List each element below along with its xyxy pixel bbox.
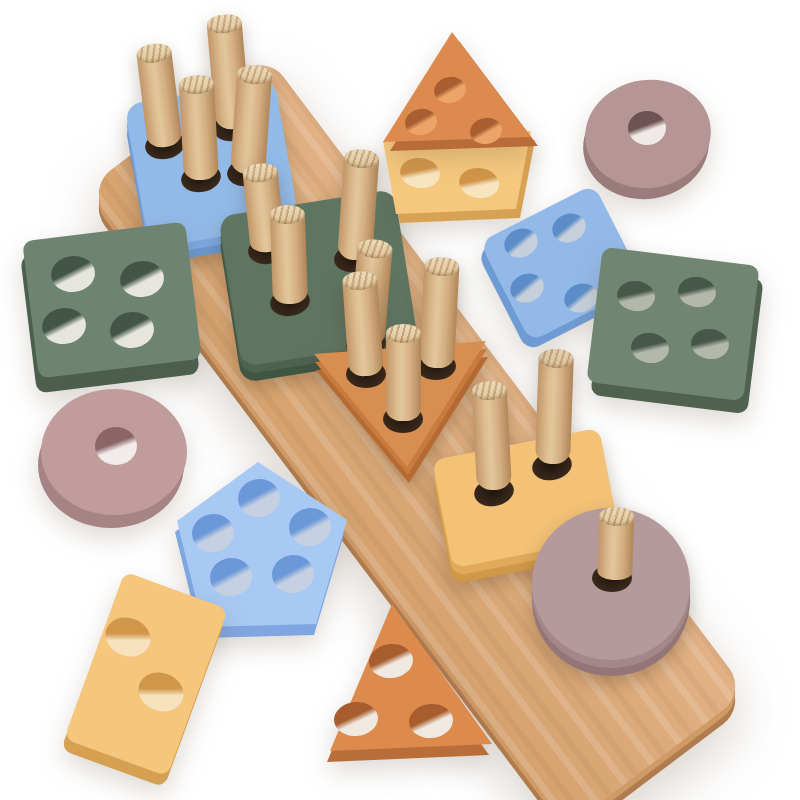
hole [333, 700, 380, 738]
hole [40, 305, 88, 346]
peg-socket-hole [530, 448, 575, 483]
blue-pentagon-block [0, 0, 800, 800]
hole [270, 552, 317, 595]
peg-socket-hole [179, 161, 223, 196]
peg-body [230, 73, 272, 175]
piece-face [41, 389, 187, 515]
piece-layer [61, 583, 225, 788]
piece-layer [432, 444, 620, 584]
piece-layer [477, 194, 642, 352]
peg-socket-hole [332, 241, 376, 275]
wooden-peg [269, 213, 307, 304]
piece-layer [432, 436, 620, 576]
yellow-rectangle-block-with-pegs [0, 0, 800, 800]
piece-face [22, 222, 202, 379]
peg-top [471, 380, 507, 401]
hole [506, 269, 548, 307]
piece-layer [576, 83, 716, 207]
wooden-peg [206, 22, 250, 131]
piece-layer [218, 205, 418, 383]
piece-face [0, 0, 800, 800]
piece-face [432, 428, 620, 568]
wooden-peg [349, 247, 392, 348]
hole [49, 253, 97, 294]
wooden-peg [419, 265, 459, 369]
hole [190, 511, 237, 554]
piece-face [87, 53, 747, 800]
peg-top [241, 161, 278, 184]
peg-top [423, 256, 459, 277]
wooden-peg [178, 83, 218, 181]
peg-body [242, 171, 285, 254]
piece-layer [0, 0, 800, 800]
piece-face [586, 247, 759, 401]
wooden-peg [337, 157, 379, 261]
hole [432, 74, 468, 105]
pink-circle-block-with-peg [0, 0, 800, 800]
hole [676, 275, 717, 309]
piece-layer [20, 237, 200, 394]
peg-body [471, 389, 511, 491]
mauve-donut-top-right [0, 0, 800, 800]
piece-layer [532, 516, 690, 668]
piece-face [124, 79, 299, 249]
wooden-base-board [0, 0, 800, 800]
piece-layer [0, 0, 800, 800]
product-photo-wooden-shape-sorter [0, 0, 800, 800]
wooden-peg [386, 333, 421, 421]
peg-body [342, 279, 384, 377]
peg-top [538, 348, 574, 369]
hole [615, 279, 656, 313]
peg-socket-hole [592, 564, 632, 592]
hole [208, 555, 255, 598]
peg-top [206, 12, 243, 35]
hole [560, 279, 602, 317]
wooden-peg [535, 357, 574, 464]
hole [236, 476, 283, 519]
piece-layer [38, 402, 184, 528]
green-square-block-right [0, 0, 800, 800]
piece-face [0, 0, 800, 800]
wooden-peg [342, 279, 384, 377]
peg-body [535, 357, 574, 464]
piece-face [218, 189, 418, 367]
peg-top [341, 270, 377, 292]
hole [108, 309, 156, 350]
wooden-peg [230, 73, 272, 175]
peg-top [598, 506, 634, 527]
hole [287, 505, 334, 548]
piece-layer [590, 260, 763, 414]
hole [368, 642, 415, 680]
piece-face [532, 508, 690, 660]
hole [133, 666, 189, 717]
peg-top [386, 324, 421, 344]
piece-layer [87, 60, 747, 800]
wooden-peg [471, 389, 511, 491]
peg-body [419, 265, 459, 369]
hole [398, 155, 442, 190]
hole [689, 327, 730, 361]
wooden-peg [242, 171, 285, 254]
peg-socket-hole [268, 285, 312, 319]
peg-top [135, 41, 172, 65]
piece-layer [87, 67, 747, 800]
piece-face [0, 0, 800, 800]
peg-top [236, 64, 272, 86]
peg-top [269, 204, 305, 225]
peg-socket-hole [344, 327, 388, 361]
peg-socket-hole [225, 155, 269, 190]
hole [457, 165, 501, 200]
hole [629, 331, 670, 365]
piece-layer [532, 524, 690, 676]
peg-top [178, 74, 214, 95]
hole [628, 111, 666, 145]
hole [100, 611, 156, 662]
peg-top [343, 148, 379, 170]
piece-layer [0, 0, 800, 800]
piece-face [64, 572, 228, 777]
hole [548, 209, 590, 247]
peg-body [386, 333, 421, 421]
mauve-donut-left [0, 0, 800, 800]
hole [95, 427, 137, 465]
yellow-rectangle-block-bottom-left [0, 0, 800, 800]
piece-layer [124, 87, 299, 257]
wooden-peg [136, 51, 182, 150]
peg-socket-hole [246, 233, 290, 267]
hole [500, 224, 542, 262]
orange-triangle-block-bottom [0, 0, 800, 800]
piece-layer [0, 0, 800, 800]
peg-socket-hole [416, 352, 456, 380]
piece-layer [0, 0, 800, 800]
peg-body [136, 51, 182, 150]
peg-socket-hole [143, 128, 187, 163]
piece-face [578, 72, 718, 196]
peg-top [356, 237, 393, 260]
orange-triangle-block-with-pegs [0, 0, 800, 800]
yellow-wedge-block-top [0, 0, 800, 800]
hole [403, 106, 439, 137]
hole [408, 702, 455, 740]
hole [468, 115, 504, 146]
peg-body [349, 247, 392, 348]
blue-square-block-right [0, 0, 800, 800]
peg-body [206, 22, 250, 131]
peg-socket-hole [211, 110, 255, 145]
peg-socket-hole [383, 405, 423, 433]
piece-layer [0, 0, 800, 800]
piece-face [0, 0, 800, 800]
hole [118, 258, 166, 299]
peg-body [337, 157, 379, 261]
piece-face [0, 0, 800, 800]
piece-face [480, 184, 645, 342]
peg-body [269, 213, 307, 304]
peg-body [597, 515, 634, 580]
peg-socket-hole [346, 360, 386, 388]
green-square-block-left [0, 0, 800, 800]
wooden-peg [597, 515, 634, 580]
peg-socket-hole [472, 474, 517, 509]
green-square-block-with-pegs [0, 0, 800, 800]
piece-layer [218, 197, 418, 375]
orange-triangle-block-top [0, 0, 800, 800]
blue-square-block-with-pegs [0, 0, 800, 800]
peg-body [178, 83, 218, 181]
piece-layer [124, 95, 299, 265]
